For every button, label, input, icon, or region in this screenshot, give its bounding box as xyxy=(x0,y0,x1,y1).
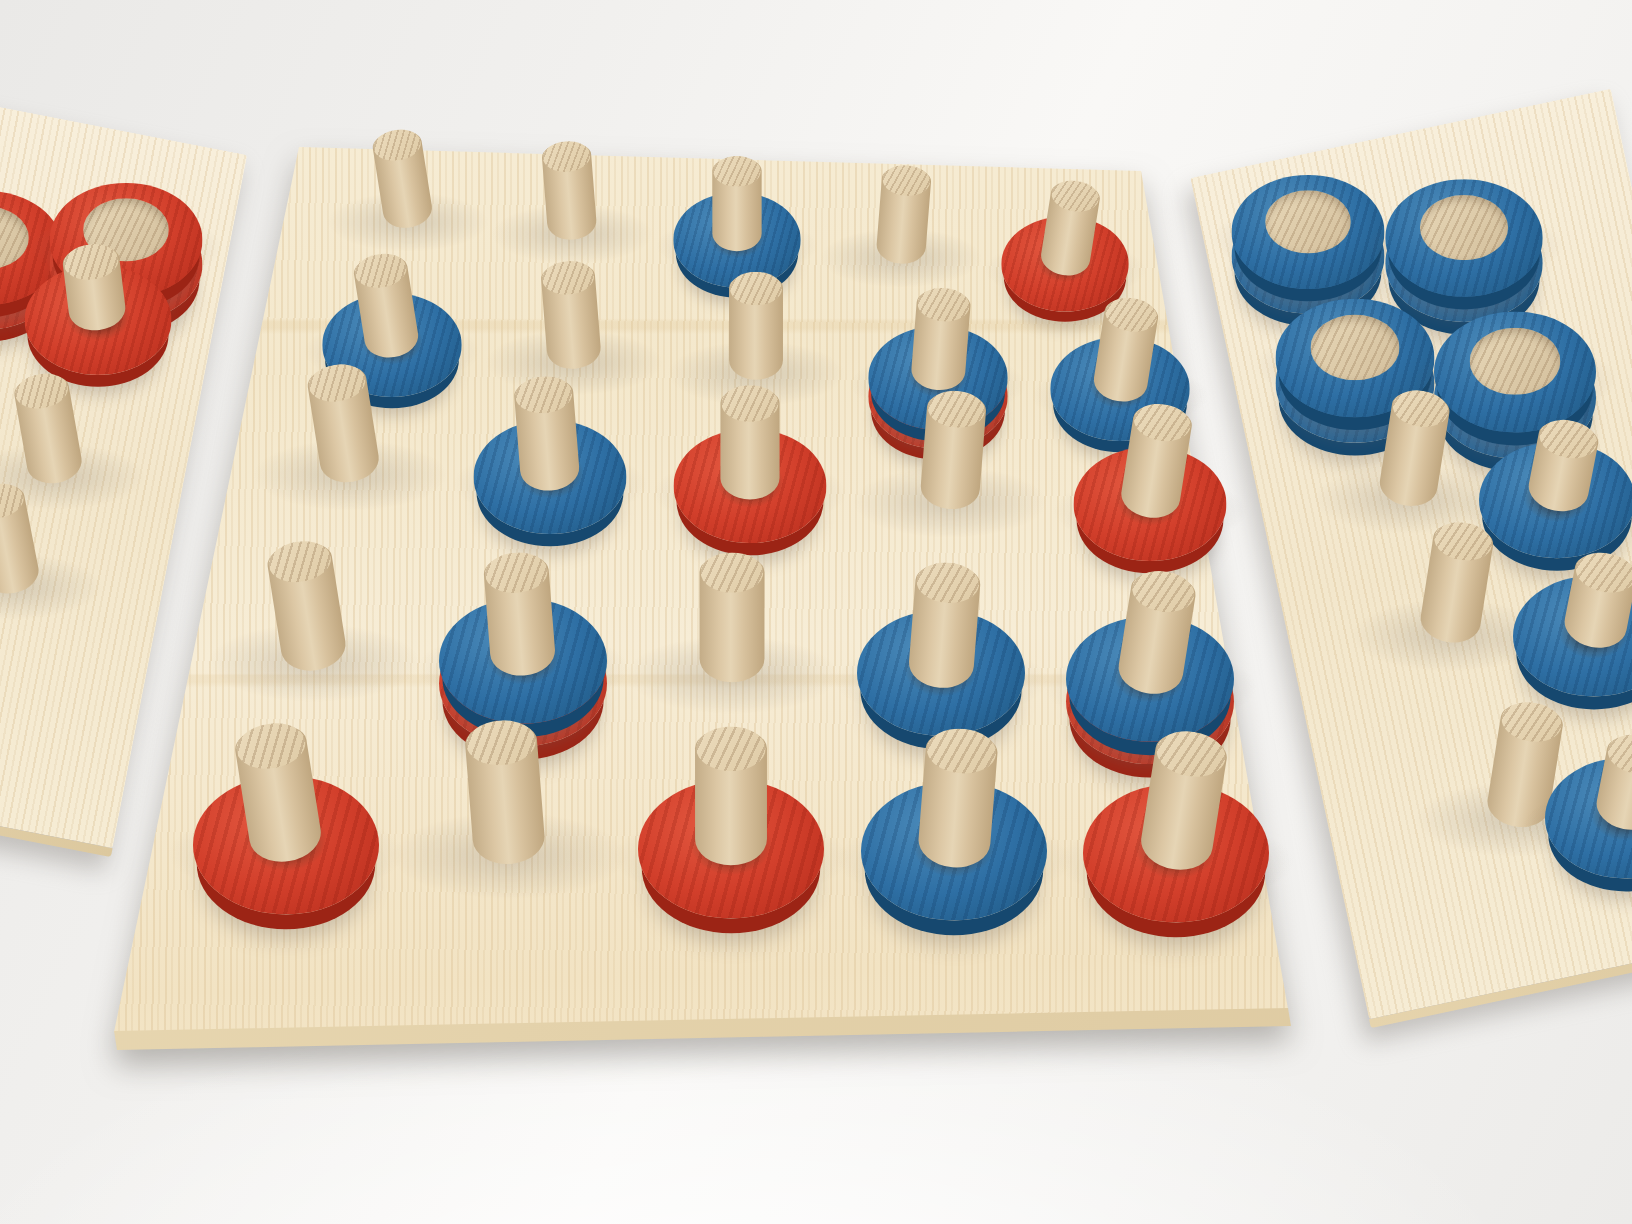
wood-peg xyxy=(540,261,602,371)
peg-top xyxy=(1310,315,1399,381)
peg-top xyxy=(1420,195,1508,260)
wood-peg xyxy=(919,391,987,512)
peg-top xyxy=(1265,190,1351,253)
photo-scene: { "game": "Handmade wooden peg-and-ring … xyxy=(0,0,1632,1224)
wood-peg xyxy=(907,562,981,690)
wood-peg xyxy=(720,387,779,499)
scene xyxy=(0,0,1632,1224)
pieces-layer xyxy=(0,0,1632,1224)
wood-peg xyxy=(1561,550,1632,653)
wood-peg xyxy=(463,720,546,867)
peg-top xyxy=(1470,328,1561,395)
wood-peg xyxy=(916,729,998,871)
wood-peg xyxy=(61,243,128,334)
wood-peg xyxy=(513,376,581,492)
wood-peg xyxy=(700,555,765,683)
wood-peg xyxy=(910,288,972,392)
wood-peg xyxy=(695,729,767,865)
wood-peg xyxy=(875,165,932,265)
wood-peg xyxy=(541,141,598,241)
wood-peg xyxy=(483,552,557,678)
wood-peg xyxy=(712,158,761,252)
wood-peg xyxy=(729,274,783,380)
